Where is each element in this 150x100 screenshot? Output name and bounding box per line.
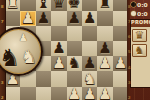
rank-label-7: 7 xyxy=(0,20,4,24)
square-c7[interactable]: ♟ xyxy=(36,11,51,26)
square-e2[interactable]: ♟ xyxy=(67,87,82,100)
square-e3[interactable] xyxy=(67,71,82,86)
promote-to-queen-button[interactable]: ♛ xyxy=(132,29,147,42)
piece-black-rook-g8[interactable]: ♜ xyxy=(98,0,111,11)
piece-black-pawn-f4[interactable]: ♟ xyxy=(83,56,96,71)
square-a7[interactable] xyxy=(5,11,20,26)
black-clock-time: 0:0 xyxy=(137,2,148,8)
rank-label-8: 8 xyxy=(127,5,131,9)
piece-black-king-e8[interactable]: ♚ xyxy=(68,0,81,11)
square-f2[interactable]: ♟ xyxy=(82,87,97,100)
square-d2[interactable] xyxy=(51,87,66,100)
rank-label-2: 2 xyxy=(127,96,131,100)
square-a8[interactable]: ♜ xyxy=(5,0,20,11)
square-b8[interactable] xyxy=(20,0,35,11)
square-g5[interactable]: ♟ xyxy=(97,41,112,56)
square-g7[interactable] xyxy=(97,11,112,26)
square-g3[interactable] xyxy=(97,71,112,86)
chess-app-screen: { "game": "chess", "app": { "view": "gam… xyxy=(0,0,150,100)
piece-white-pawn-e2[interactable]: ♟ xyxy=(68,87,81,100)
rank-label-7: 7 xyxy=(127,20,131,24)
piece-black-queen-d8[interactable]: ♛ xyxy=(52,0,65,11)
piece-white-pawn-g2[interactable]: ♟ xyxy=(98,87,111,100)
promote-to-knight-button[interactable]: ♞ xyxy=(132,44,147,57)
piece-black-pawn-f7[interactable]: ♟ xyxy=(83,11,96,26)
rank-label-3: 3 xyxy=(127,81,131,85)
rank-label-2: 2 xyxy=(0,96,4,100)
piece-black-pawn-d5[interactable]: ♟ xyxy=(52,41,65,56)
square-d5[interactable]: ♟ xyxy=(51,41,66,56)
square-e7[interactable]: ♟ xyxy=(67,11,82,26)
rank-label-8: 8 xyxy=(0,5,4,9)
rank-label-4: 4 xyxy=(127,66,131,70)
promotion-panel: PROMOTE ♛ ♞ xyxy=(130,19,150,88)
white-clock: 0:0 xyxy=(129,9,150,18)
square-b2[interactable] xyxy=(20,87,35,100)
square-g4[interactable]: ♟ xyxy=(97,56,112,71)
square-h3[interactable] xyxy=(113,71,128,86)
sidebar: 0:0 0:0 PROMOTE ♛ ♞ xyxy=(128,0,150,100)
piece-white-pawn-h4[interactable]: ♟ xyxy=(114,56,127,71)
square-f7[interactable]: ♟ xyxy=(82,11,97,26)
square-d7[interactable] xyxy=(51,11,66,26)
black-clock: 0:0 xyxy=(129,0,150,9)
square-e6[interactable] xyxy=(67,26,82,41)
piece-black-knight-e4[interactable]: ♞ xyxy=(68,56,81,71)
piece-white-pawn-d4[interactable]: ♟ xyxy=(52,56,65,71)
square-f5[interactable] xyxy=(82,41,97,56)
rank-label-5: 5 xyxy=(127,50,131,54)
board-right-border: 8765432 xyxy=(127,0,130,100)
piece-black-bishop-c8[interactable]: ♝ xyxy=(37,0,50,11)
square-h8[interactable] xyxy=(113,0,128,11)
square-d4[interactable]: ♟ xyxy=(51,56,66,71)
square-b7[interactable]: ♟ xyxy=(20,11,35,26)
square-h4[interactable]: ♟ xyxy=(113,56,128,71)
square-a2[interactable] xyxy=(5,87,20,100)
square-f4[interactable]: ♟ xyxy=(82,56,97,71)
square-d6[interactable] xyxy=(51,26,66,41)
square-f3[interactable]: ♞ xyxy=(82,71,97,86)
square-g8[interactable]: ♜ xyxy=(97,0,112,11)
square-h5[interactable] xyxy=(113,41,128,56)
square-e8[interactable]: ♚ xyxy=(67,0,82,11)
square-h7[interactable] xyxy=(113,11,128,26)
piece-black-pawn-g5[interactable]: ♟ xyxy=(98,41,111,56)
square-g2[interactable]: ♟ xyxy=(97,87,112,100)
square-c8[interactable]: ♝ xyxy=(36,0,51,11)
square-f6[interactable] xyxy=(82,26,97,41)
piece-black-pawn-e7[interactable]: ♟ xyxy=(68,11,81,26)
rank-label-3: 3 xyxy=(0,81,4,85)
square-c3[interactable] xyxy=(36,71,51,86)
square-g6[interactable] xyxy=(97,26,112,41)
promotion-options: ♛ ♞ xyxy=(131,27,150,87)
promotion-panel-title: PROMOTE xyxy=(131,20,150,27)
piece-white-rook-a8[interactable]: ♜ xyxy=(6,0,19,11)
white-clock-time: 0:0 xyxy=(137,11,148,17)
square-h2[interactable] xyxy=(113,87,128,100)
square-e5[interactable] xyxy=(67,41,82,56)
rank-label-6: 6 xyxy=(127,35,131,39)
square-f8[interactable] xyxy=(82,0,97,11)
square-e4[interactable]: ♞ xyxy=(67,56,82,71)
white-pawn-icon: ♟ xyxy=(19,33,28,43)
piece-black-pawn-c7[interactable]: ♟ xyxy=(37,11,50,26)
square-d8[interactable]: ♛ xyxy=(51,0,66,11)
piece-white-pawn-f2[interactable]: ♟ xyxy=(83,87,96,100)
piece-white-knight-f3[interactable]: ♞ xyxy=(83,72,96,87)
piece-white-pawn-g4[interactable]: ♟ xyxy=(98,56,111,71)
white-knight-icon: ♞ xyxy=(21,48,37,66)
square-d3[interactable] xyxy=(51,71,66,86)
square-h6[interactable] xyxy=(113,26,128,41)
piece-white-pawn-b7[interactable]: ♟ xyxy=(21,11,34,26)
square-c2[interactable] xyxy=(36,87,51,100)
black-knight-icon: ♞ xyxy=(0,46,21,70)
